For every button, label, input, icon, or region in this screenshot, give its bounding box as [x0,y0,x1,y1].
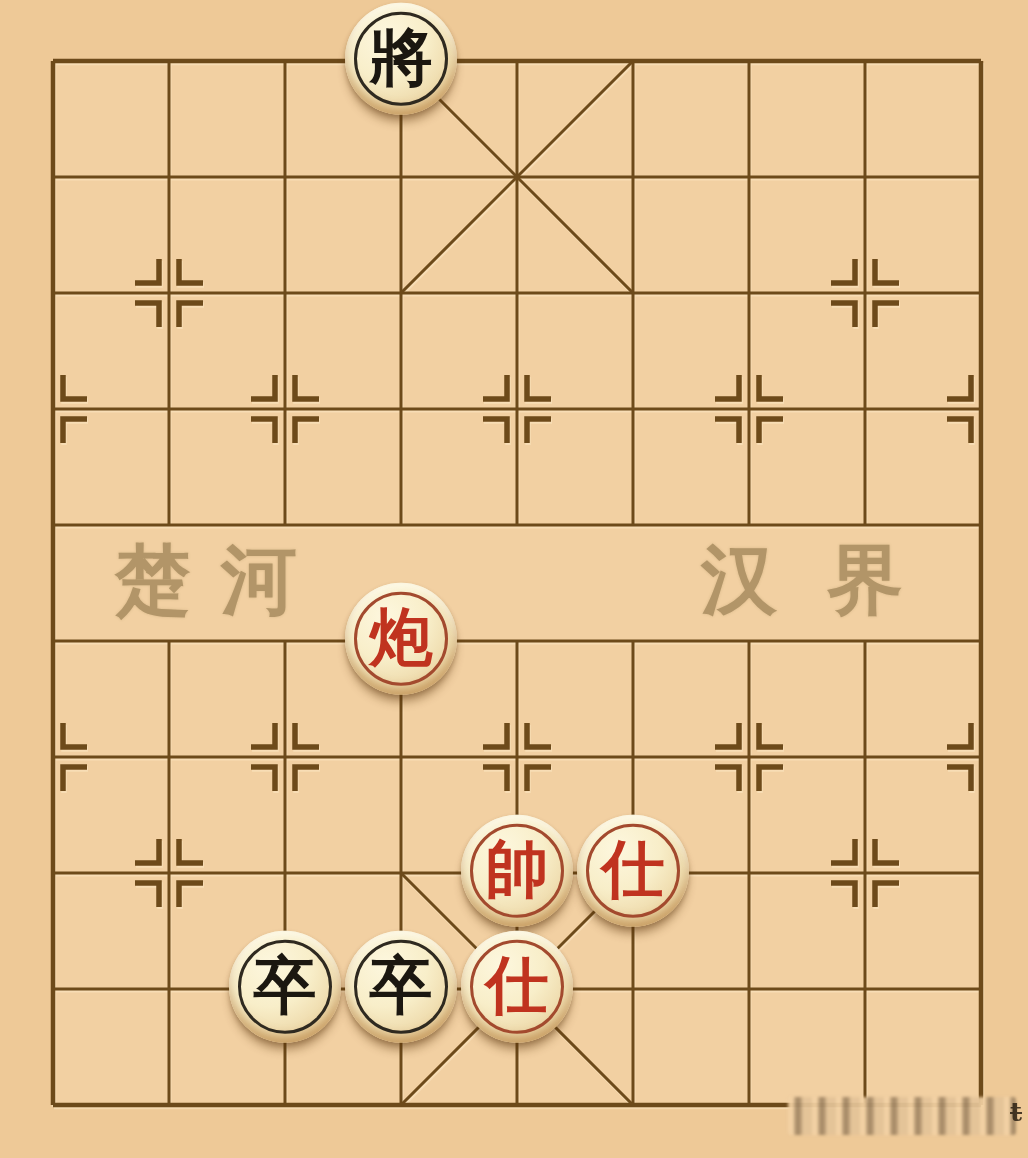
xiangqi-board[interactable]: 楚河 汉界 將炮帥仕卒卒仕 [53,61,981,1105]
xiangqi-app: 楚河 汉界 將炮帥仕卒卒仕 t [0,0,1028,1158]
watermark-glyph: t [1010,1097,1022,1127]
piece-glyph: 仕 [602,837,665,900]
piece-glyph: 將 [370,25,433,88]
piece-glyph: 炮 [370,605,433,668]
piece-red-cannon[interactable]: 炮 [345,583,457,695]
piece-glyph: 卒 [254,953,317,1016]
piece-glyph: 仕 [486,953,549,1016]
river-label-han-jie: 汉界 [701,542,953,618]
river-label-chu-he: 楚河 [115,542,327,618]
watermark-smudge [788,1097,1016,1135]
river-band: 楚河 汉界 [53,525,981,641]
piece-black-general[interactable]: 將 [345,3,457,115]
piece-black-soldier-right[interactable]: 卒 [345,931,457,1043]
piece-black-soldier-left[interactable]: 卒 [229,931,341,1043]
piece-red-advisor-center[interactable]: 仕 [461,931,573,1043]
piece-red-general[interactable]: 帥 [461,815,573,927]
piece-glyph: 帥 [486,837,549,900]
piece-glyph: 卒 [370,953,433,1016]
piece-red-advisor-right[interactable]: 仕 [577,815,689,927]
